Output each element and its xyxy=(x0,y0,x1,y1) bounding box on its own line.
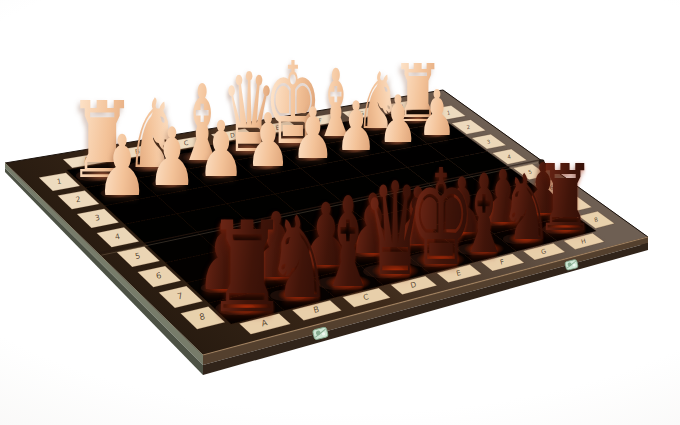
piece-base-glow xyxy=(490,217,517,226)
piece-base-glow xyxy=(223,300,269,316)
piece-base-glow xyxy=(310,258,342,269)
piece-base-glow xyxy=(158,178,188,188)
piece-base-glow xyxy=(207,281,242,293)
piece-base-glow xyxy=(83,168,122,182)
chess-board: 11AA22BB33CC44DD55EE66FF77GG88HH xyxy=(0,0,680,425)
piece-base-glow xyxy=(358,247,389,258)
piece-base-glow xyxy=(272,134,314,149)
piece-base-glow xyxy=(135,160,170,172)
piece-base-glow xyxy=(548,223,582,235)
piece-base-glow xyxy=(259,269,293,281)
piece-base-glow xyxy=(403,236,432,246)
piece-base-glow xyxy=(182,151,221,165)
piece-base-glow xyxy=(344,145,369,154)
piece-base-glow xyxy=(319,127,354,139)
piece-base-glow xyxy=(363,121,392,131)
piece-base-glow xyxy=(207,169,236,179)
chess-set-photo: Wooden folding chess set with carved pie… xyxy=(0,0,680,425)
piece-base-glow xyxy=(386,137,410,146)
piece-base-glow xyxy=(278,288,320,303)
piece-base-glow xyxy=(416,251,465,268)
piece-base-glow xyxy=(403,114,432,124)
piece-base-glow xyxy=(300,152,326,161)
piece-base-glow xyxy=(254,161,281,171)
hinge xyxy=(539,159,545,165)
piece-base-glow xyxy=(464,242,504,256)
piece-base-glow xyxy=(325,275,371,291)
piece-base-glow xyxy=(530,207,556,216)
piece-base-glow xyxy=(106,187,137,198)
piece-base-glow xyxy=(426,130,449,138)
piece-base-glow xyxy=(228,142,269,156)
piece-base-glow xyxy=(509,233,543,245)
piece-base-glow xyxy=(447,226,475,236)
piece-base-glow xyxy=(372,262,420,279)
